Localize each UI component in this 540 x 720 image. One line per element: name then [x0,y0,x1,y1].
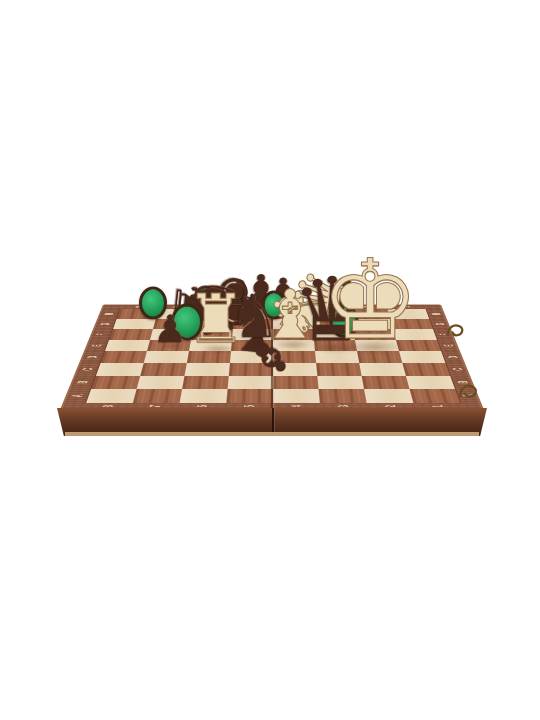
black-pawn-standing[interactable]: ♟ [153,310,187,348]
pieces-layer: ♟♟♟♜♚♞♟♟♛♞♝♟♜♞♝♛♚ [0,0,540,720]
chess-set-product-photo: AA88BB77CC66DD55EE44FF33GG22HH11 ♟♟♟♜♚♞♟… [0,0,540,720]
white-king-standing[interactable]: ♚ [321,245,420,355]
